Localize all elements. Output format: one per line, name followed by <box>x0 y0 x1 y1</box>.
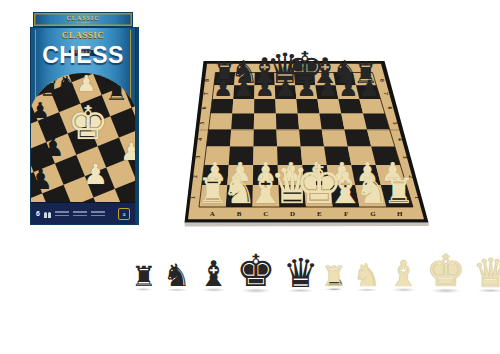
rank-label-right-8: 8 <box>379 79 385 82</box>
square-g4 <box>344 129 371 146</box>
tray-piece-white-bishop: ♝ <box>388 257 419 292</box>
piece-black-pawn-d7: ♟ <box>276 75 296 101</box>
square-a5 <box>209 114 233 130</box>
tray-piece-black-bishop: ♝ <box>198 257 229 292</box>
square-f5 <box>320 114 345 130</box>
rank-label-left-1: 1 <box>190 196 196 199</box>
tray-piece-white-knight: ♞ <box>353 260 381 291</box>
tray-piece-white-rook: ♜ <box>321 263 346 291</box>
rank-label-left-7: 7 <box>203 92 209 95</box>
tray-black-pieces: ♜♞♝♚♛♟ <box>131 237 345 287</box>
board-fold-line <box>199 129 399 130</box>
tray-white-pieces: ♜♞♝♚♛♟ <box>321 237 500 287</box>
rank-label-right-4: 4 <box>397 138 403 141</box>
tray-piece-black-king: ♚ <box>236 249 275 293</box>
rank-label-right-1: 1 <box>414 196 420 199</box>
square-c5 <box>254 114 277 130</box>
piece-white-rook-h1: ♜ <box>383 171 414 211</box>
board-edge <box>185 223 429 227</box>
rank-label-left-3: 3 <box>195 156 201 159</box>
tray-piece-black-rook: ♜ <box>131 263 156 291</box>
square-a4 <box>206 129 231 146</box>
tray-piece-black-queen: ♛ <box>283 253 319 293</box>
square-c4 <box>254 129 278 146</box>
square-b4 <box>230 129 254 146</box>
square-b5 <box>231 114 254 130</box>
file-label-bottom-H: H <box>397 210 403 218</box>
piece-black-pawn-h7: ♟ <box>359 75 379 101</box>
piece-black-pawn-c7: ♟ <box>255 75 275 101</box>
tray-piece-black-knight: ♞ <box>163 260 191 291</box>
piece-black-pawn-g7: ♟ <box>338 75 358 101</box>
rank-label-left-4: 4 <box>197 138 203 141</box>
rank-label-right-6: 6 <box>387 106 393 109</box>
file-label-bottom-A: A <box>210 210 215 218</box>
rank-label-left-6: 6 <box>201 106 207 109</box>
piece-black-pawn-a7: ♟ <box>213 75 233 101</box>
square-d4 <box>276 129 300 146</box>
square-f4 <box>322 129 348 146</box>
product-photo: CLASSIC GAMES CLASSIC GAMES CHESS ♜♟♞♟♜♞… <box>0 0 500 354</box>
rank-label-right-7: 7 <box>383 92 389 95</box>
square-d5 <box>276 114 299 130</box>
rank-label-left-8: 8 <box>204 79 210 82</box>
square-e4 <box>299 129 324 146</box>
rank-label-right-5: 5 <box>392 122 398 125</box>
square-g5 <box>341 114 367 130</box>
rank-label-left-5: 5 <box>199 121 205 124</box>
tray-piece-white-king: ♚ <box>426 249 465 293</box>
piece-black-pawn-b7: ♟ <box>234 75 254 101</box>
piece-black-pawn-f7: ♟ <box>317 75 337 101</box>
piece-black-pawn-e7: ♟ <box>297 75 317 101</box>
chess-board: AABBCCDDEEFFGGHH8877665544332211♜♞♝♛♚♝♞♜… <box>0 0 500 354</box>
square-e5 <box>298 114 322 130</box>
tray-piece-white-queen: ♛ <box>473 253 500 293</box>
